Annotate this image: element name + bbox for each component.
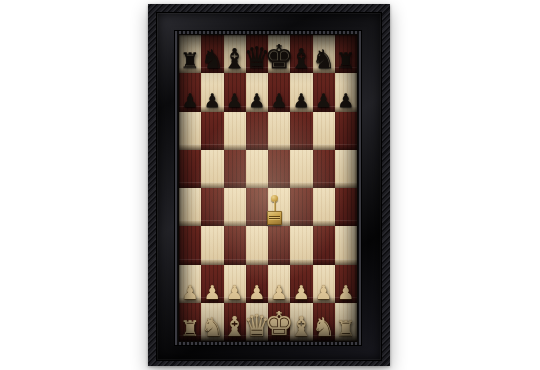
piece-black-pawn[interactable]: ♟: [337, 92, 354, 109]
square-a1[interactable]: ♜: [179, 303, 201, 341]
square-e2[interactable]: ♟: [268, 265, 290, 303]
square-h7[interactable]: ♟: [335, 73, 357, 111]
square-b5[interactable]: [201, 150, 223, 188]
square-e5[interactable]: [268, 150, 290, 188]
square-d6[interactable]: [246, 112, 268, 150]
square-f3[interactable]: [290, 226, 312, 264]
square-a6[interactable]: [179, 112, 201, 150]
piece-black-rook[interactable]: ♜: [180, 51, 200, 71]
square-e3[interactable]: [268, 226, 290, 264]
square-c8[interactable]: ♝: [224, 35, 246, 73]
piece-white-pawn[interactable]: ♟: [226, 284, 243, 301]
square-d2[interactable]: ♟: [246, 265, 268, 303]
chess-board: ♜♞♝♛♚♝♞♜♟♟♟♟♟♟♟♟♟♟♟♟♟♟♟♟♜♞♝♛♚♝♞♜: [179, 35, 357, 341]
square-b3[interactable]: [201, 226, 223, 264]
piece-black-pawn[interactable]: ♟: [271, 92, 288, 109]
square-a8[interactable]: ♜: [179, 35, 201, 73]
piece-black-pawn[interactable]: ♟: [182, 92, 199, 109]
piece-white-rook[interactable]: ♜: [336, 319, 356, 339]
square-e6[interactable]: [268, 112, 290, 150]
square-d7[interactable]: ♟: [246, 73, 268, 111]
square-h4[interactable]: [335, 188, 357, 226]
brass-stem: [274, 201, 276, 211]
square-g5[interactable]: [313, 150, 335, 188]
square-h5[interactable]: [335, 150, 357, 188]
square-b2[interactable]: ♟: [201, 265, 223, 303]
square-a7[interactable]: ♟: [179, 73, 201, 111]
square-b8[interactable]: ♞: [201, 35, 223, 73]
square-b6[interactable]: [201, 112, 223, 150]
piece-black-pawn[interactable]: ♟: [226, 92, 243, 109]
piece-black-bishop[interactable]: ♝: [289, 47, 313, 71]
square-c1[interactable]: ♝: [224, 303, 246, 341]
square-c4[interactable]: [224, 188, 246, 226]
square-c6[interactable]: [224, 112, 246, 150]
piece-white-pawn[interactable]: ♟: [293, 284, 310, 301]
piece-white-pawn[interactable]: ♟: [248, 284, 265, 301]
square-g8[interactable]: ♞: [313, 35, 335, 73]
square-b1[interactable]: ♞: [201, 303, 223, 341]
square-d3[interactable]: [246, 226, 268, 264]
square-f2[interactable]: ♟: [290, 265, 312, 303]
square-f6[interactable]: [290, 112, 312, 150]
piece-white-pawn[interactable]: ♟: [315, 284, 332, 301]
square-a4[interactable]: [179, 188, 201, 226]
square-g2[interactable]: ♟: [313, 265, 335, 303]
square-d5[interactable]: [246, 150, 268, 188]
square-b7[interactable]: ♟: [201, 73, 223, 111]
product-photo: ♜♞♝♛♚♝♞♜♟♟♟♟♟♟♟♟♟♟♟♟♟♟♟♟♜♞♝♛♚♝♞♜: [0, 0, 540, 370]
square-g7[interactable]: ♟: [313, 73, 335, 111]
square-c3[interactable]: [224, 226, 246, 264]
piece-black-knight[interactable]: ♞: [201, 48, 224, 71]
square-h1[interactable]: ♜: [335, 303, 357, 341]
square-h2[interactable]: ♟: [335, 265, 357, 303]
brass-plate: [267, 211, 282, 225]
square-g6[interactable]: [313, 112, 335, 150]
square-f7[interactable]: ♟: [290, 73, 312, 111]
square-h3[interactable]: [335, 226, 357, 264]
square-d4[interactable]: [246, 188, 268, 226]
picture-frame: ♜♞♝♛♚♝♞♜♟♟♟♟♟♟♟♟♟♟♟♟♟♟♟♟♜♞♝♛♚♝♞♜: [148, 4, 390, 366]
piece-black-rook[interactable]: ♜: [336, 51, 356, 71]
square-e8[interactable]: ♚: [268, 35, 290, 73]
square-f5[interactable]: [290, 150, 312, 188]
square-c5[interactable]: [224, 150, 246, 188]
piece-white-rook[interactable]: ♜: [180, 319, 200, 339]
piece-black-pawn[interactable]: ♟: [293, 92, 310, 109]
piece-white-pawn[interactable]: ♟: [182, 284, 199, 301]
square-g1[interactable]: ♞: [313, 303, 335, 341]
piece-white-bishop[interactable]: ♝: [289, 315, 313, 339]
piece-white-pawn[interactable]: ♟: [271, 284, 288, 301]
piece-black-pawn[interactable]: ♟: [248, 92, 265, 109]
square-c7[interactable]: ♟: [224, 73, 246, 111]
square-a5[interactable]: [179, 150, 201, 188]
piece-white-pawn[interactable]: ♟: [204, 284, 221, 301]
piece-black-knight[interactable]: ♞: [312, 48, 335, 71]
square-f4[interactable]: [290, 188, 312, 226]
square-b4[interactable]: [201, 188, 223, 226]
square-e1[interactable]: ♚: [268, 303, 290, 341]
square-h8[interactable]: ♜: [335, 35, 357, 73]
square-a2[interactable]: ♟: [179, 265, 201, 303]
piece-black-pawn[interactable]: ♟: [315, 92, 332, 109]
piece-white-pawn[interactable]: ♟: [337, 284, 354, 301]
piece-white-knight[interactable]: ♞: [201, 316, 224, 339]
piece-white-knight[interactable]: ♞: [312, 316, 335, 339]
square-h6[interactable]: [335, 112, 357, 150]
square-c2[interactable]: ♟: [224, 265, 246, 303]
square-g3[interactable]: [313, 226, 335, 264]
brass-hook: [267, 195, 282, 229]
piece-black-pawn[interactable]: ♟: [204, 92, 221, 109]
square-g4[interactable]: [313, 188, 335, 226]
square-e7[interactable]: ♟: [268, 73, 290, 111]
square-a3[interactable]: [179, 226, 201, 264]
